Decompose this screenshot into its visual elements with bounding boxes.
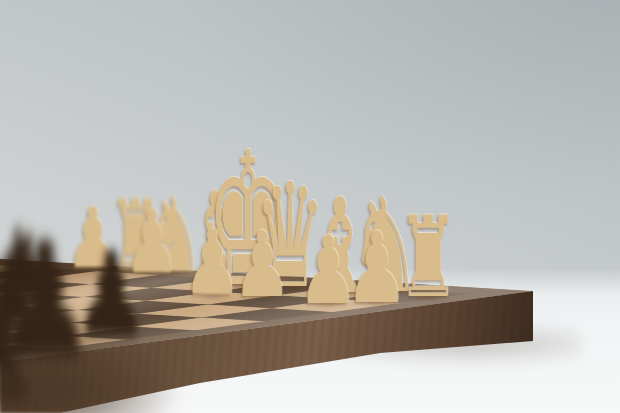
black-rook-a8: ♜ [0, 247, 44, 413]
white-pawn-e2: ♟ [233, 220, 292, 311]
pieces-layer: ♟♜♞♟♝♟♚♟♛♟♝♞♟♜♜♞♟♟ [0, 0, 620, 413]
white-pawn-d2: ♟ [297, 223, 358, 318]
photo-scene: ♟♜♞♟♝♟♚♟♛♟♝♞♟♜♜♞♟♟ [0, 0, 620, 413]
